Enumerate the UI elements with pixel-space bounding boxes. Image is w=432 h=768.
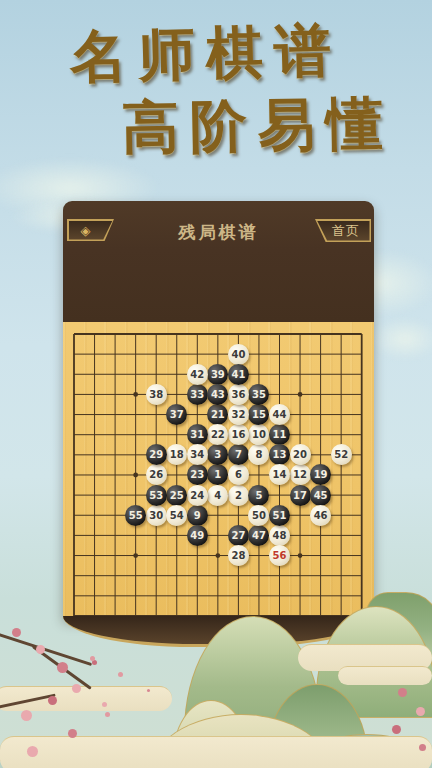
stone-27: 27 — [228, 525, 249, 546]
gomoku-board[interactable]: 1234567891011121314151617181920212223242… — [63, 322, 374, 618]
game-record-card: ◈ 残局棋谱 首页 123456789101112131415161718192… — [63, 201, 374, 618]
stone-28: 28 — [228, 545, 249, 566]
stone-17: 17 — [290, 485, 311, 506]
stone-52: 52 — [331, 444, 352, 465]
stone-40: 40 — [228, 344, 249, 365]
stone-4: 4 — [207, 485, 228, 506]
home-button-label: 首页 — [326, 222, 360, 240]
stone-54: 54 — [166, 505, 187, 526]
stone-44: 44 — [269, 404, 290, 425]
stone-25: 25 — [166, 485, 187, 506]
cloud-band-right-2 — [338, 666, 432, 685]
plum-blossoms-right — [398, 688, 407, 697]
cloud-band-bottom — [0, 736, 432, 768]
stone-56: 56 — [269, 545, 290, 566]
stone-48: 48 — [269, 525, 290, 546]
stone-24: 24 — [187, 485, 208, 506]
calligraphy-line-2: 高阶易懂 — [121, 86, 394, 168]
cloud-band-left — [0, 686, 172, 711]
stone-31: 31 — [187, 424, 208, 445]
cloud-wisp — [370, 318, 432, 360]
stone-49: 49 — [187, 525, 208, 546]
stone-12: 12 — [290, 464, 311, 485]
stone-29: 29 — [146, 444, 167, 465]
plum-blossoms-left — [12, 628, 21, 637]
stone-42: 42 — [187, 364, 208, 385]
stone-9: 9 — [187, 505, 208, 526]
stone-30: 30 — [146, 505, 167, 526]
header-bar: ◈ 残局棋谱 首页 — [63, 201, 374, 322]
blossom-petals-scatter — [90, 656, 95, 661]
blossom-branch — [0, 633, 92, 666]
blossom-branch — [32, 645, 92, 689]
stone-39: 39 — [207, 364, 228, 385]
stone-36: 36 — [228, 384, 249, 405]
stone-41: 41 — [228, 364, 249, 385]
stone-2: 2 — [228, 485, 249, 506]
stone-34: 34 — [187, 444, 208, 465]
stone-45: 45 — [310, 485, 331, 506]
stone-51: 51 — [269, 505, 290, 526]
stone-53: 53 — [146, 485, 167, 506]
stone-46: 46 — [310, 505, 331, 526]
stone-5: 5 — [248, 485, 269, 506]
stone-20: 20 — [290, 444, 311, 465]
stone-33: 33 — [187, 384, 208, 405]
stone-16: 16 — [228, 424, 249, 445]
app-screen: 名师棋谱 高阶易懂 ◈ 残局棋谱 首页 12345678910111213141… — [0, 0, 432, 768]
stone-55: 55 — [125, 505, 146, 526]
stone-32: 32 — [228, 404, 249, 425]
stone-38: 38 — [146, 384, 167, 405]
calligraphy-line-1: 名师棋谱 — [69, 12, 343, 96]
